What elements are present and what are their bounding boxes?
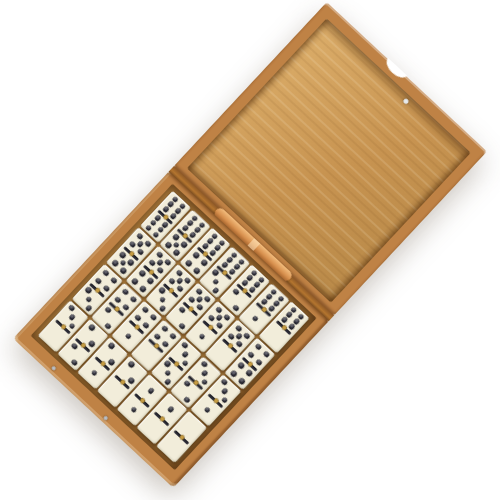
pip <box>192 251 200 259</box>
screw-dot <box>51 366 57 372</box>
pip <box>235 340 243 348</box>
pip <box>221 387 229 395</box>
pip <box>68 313 76 321</box>
pip <box>235 332 243 340</box>
pip <box>195 295 203 303</box>
pip <box>198 333 206 341</box>
pip <box>183 396 191 404</box>
pip <box>175 269 183 277</box>
pip <box>102 285 110 293</box>
pip <box>88 324 96 332</box>
pip <box>153 333 161 341</box>
pip <box>223 313 231 321</box>
pip <box>183 380 191 388</box>
pip <box>203 295 211 303</box>
pip <box>136 248 144 256</box>
pip <box>156 251 164 259</box>
pip <box>172 249 180 257</box>
pip <box>243 332 251 340</box>
pip <box>176 285 184 293</box>
pip <box>136 232 144 240</box>
pip <box>193 267 201 275</box>
pip <box>158 296 166 304</box>
pip <box>164 378 172 386</box>
pip <box>163 360 171 368</box>
pip <box>102 269 110 277</box>
pip <box>119 251 127 259</box>
pip <box>212 287 220 295</box>
pip <box>94 277 102 285</box>
pip <box>232 288 240 296</box>
pip <box>230 370 238 378</box>
pip <box>200 360 208 368</box>
pip <box>212 278 220 286</box>
pip <box>104 306 112 314</box>
pip <box>255 358 263 366</box>
pip <box>188 296 196 304</box>
pip <box>119 259 127 267</box>
product-photo-domino-box-scene <box>0 0 500 500</box>
pip <box>107 342 115 350</box>
pip <box>172 241 180 249</box>
pip <box>203 406 211 414</box>
pip <box>124 332 132 340</box>
pip <box>68 322 76 330</box>
pip <box>147 387 155 395</box>
pip <box>161 325 169 333</box>
pip <box>70 358 78 366</box>
pip <box>172 233 180 241</box>
pip <box>262 350 270 358</box>
pip <box>247 351 255 359</box>
pip <box>122 303 130 311</box>
pip <box>251 315 259 323</box>
pip <box>178 322 186 330</box>
pip <box>215 306 223 314</box>
pip <box>144 240 152 248</box>
pip <box>156 266 164 274</box>
pip <box>111 259 119 267</box>
pip <box>195 288 203 296</box>
pip <box>84 287 92 295</box>
pip <box>237 362 245 370</box>
pip <box>200 259 208 267</box>
pip <box>181 359 189 367</box>
pip <box>220 378 228 386</box>
pip <box>68 304 76 312</box>
pip <box>128 241 136 249</box>
pip <box>168 277 176 285</box>
pip <box>127 377 135 385</box>
domino-box <box>13 2 487 488</box>
pip <box>178 306 186 314</box>
pip <box>164 369 172 377</box>
pip <box>119 267 127 275</box>
pip <box>85 304 93 312</box>
pip <box>215 322 223 330</box>
pip <box>127 258 135 266</box>
pip <box>183 276 191 284</box>
pip <box>85 295 93 303</box>
pip <box>207 314 215 322</box>
pip <box>221 396 229 404</box>
pip <box>176 277 184 285</box>
pip <box>108 358 116 366</box>
pip <box>164 258 172 266</box>
pip <box>146 277 154 285</box>
pip <box>212 269 220 277</box>
pip <box>159 305 167 313</box>
pip <box>254 343 262 351</box>
pip <box>127 361 135 369</box>
pip <box>148 259 156 267</box>
pip <box>114 296 122 304</box>
pip <box>164 241 172 249</box>
pip <box>142 321 150 329</box>
pip <box>201 378 209 386</box>
pip <box>138 269 146 277</box>
pip <box>136 240 144 248</box>
pip <box>70 342 78 350</box>
pip <box>227 333 235 341</box>
pip <box>141 306 149 314</box>
pip <box>149 313 157 321</box>
pip <box>181 342 189 350</box>
pip <box>131 278 139 286</box>
pip <box>232 304 240 312</box>
pip <box>201 369 209 377</box>
pip <box>90 369 98 377</box>
pip <box>122 288 130 296</box>
pip <box>104 322 112 330</box>
pip <box>139 285 147 293</box>
pip <box>238 377 246 385</box>
pip <box>158 287 166 295</box>
pip <box>245 369 253 377</box>
pip <box>167 405 175 413</box>
pip <box>110 276 118 284</box>
pip <box>180 241 188 249</box>
pip <box>169 332 177 340</box>
pip <box>134 314 142 322</box>
pip <box>181 350 189 358</box>
pip <box>130 295 138 303</box>
pip <box>215 314 223 322</box>
pip <box>156 259 164 267</box>
pip <box>185 259 193 267</box>
pip <box>88 340 96 348</box>
pip <box>130 406 138 414</box>
pip <box>196 303 204 311</box>
pip <box>235 324 243 332</box>
screw-dot <box>103 416 109 422</box>
pip <box>161 340 169 348</box>
